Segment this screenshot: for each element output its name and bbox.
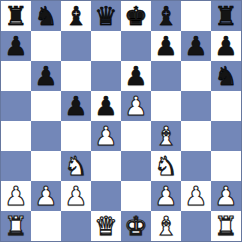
square-d7[interactable] xyxy=(91,31,121,61)
square-f3[interactable]: ♞ xyxy=(151,151,181,181)
square-g3[interactable] xyxy=(181,151,211,181)
square-d8[interactable]: ♛ xyxy=(91,1,121,31)
square-b8[interactable]: ♞ xyxy=(31,1,61,31)
black-pawn-piece[interactable]: ♟ xyxy=(184,33,207,59)
square-a5[interactable] xyxy=(1,91,31,121)
square-e3[interactable] xyxy=(121,151,151,181)
square-a3[interactable] xyxy=(1,151,31,181)
square-b1[interactable] xyxy=(31,211,61,241)
chess-board: ♜♞♝♛♚♝♜♟♟♟♟♟♟♞♟♟♟♟♝♞♞♟♟♟♟♟♟♜♛♚♝♜ xyxy=(0,0,242,242)
white-pawn-piece[interactable]: ♟ xyxy=(184,183,207,209)
square-c4[interactable] xyxy=(61,121,91,151)
square-c5[interactable]: ♟ xyxy=(61,91,91,121)
square-c3[interactable]: ♞ xyxy=(61,151,91,181)
black-pawn-piece[interactable]: ♟ xyxy=(124,63,147,89)
square-d2[interactable] xyxy=(91,181,121,211)
square-a2[interactable]: ♟ xyxy=(1,181,31,211)
black-rook-piece[interactable]: ♜ xyxy=(4,3,27,29)
white-pawn-piece[interactable]: ♟ xyxy=(34,183,57,209)
square-c1[interactable] xyxy=(61,211,91,241)
black-pawn-piece[interactable]: ♟ xyxy=(214,33,237,59)
white-pawn-piece[interactable]: ♟ xyxy=(94,123,117,149)
square-a4[interactable] xyxy=(1,121,31,151)
square-c6[interactable] xyxy=(61,61,91,91)
square-h5[interactable] xyxy=(211,91,241,121)
white-pawn-piece[interactable]: ♟ xyxy=(214,183,237,209)
square-a7[interactable]: ♟ xyxy=(1,31,31,61)
white-rook-piece[interactable]: ♜ xyxy=(4,213,27,239)
square-d4[interactable]: ♟ xyxy=(91,121,121,151)
white-bishop-piece[interactable]: ♝ xyxy=(154,213,177,239)
square-h1[interactable]: ♜ xyxy=(211,211,241,241)
black-pawn-piece[interactable]: ♟ xyxy=(4,33,27,59)
square-b2[interactable]: ♟ xyxy=(31,181,61,211)
black-king-piece[interactable]: ♚ xyxy=(124,3,147,29)
white-pawn-piece[interactable]: ♟ xyxy=(64,183,87,209)
black-pawn-piece[interactable]: ♟ xyxy=(94,93,117,119)
square-h3[interactable] xyxy=(211,151,241,181)
black-pawn-piece[interactable]: ♟ xyxy=(34,63,57,89)
square-e7[interactable] xyxy=(121,31,151,61)
square-h6[interactable]: ♞ xyxy=(211,61,241,91)
square-a6[interactable] xyxy=(1,61,31,91)
square-e8[interactable]: ♚ xyxy=(121,1,151,31)
black-knight-piece[interactable]: ♞ xyxy=(214,63,237,89)
white-knight-piece[interactable]: ♞ xyxy=(64,153,87,179)
black-rook-piece[interactable]: ♜ xyxy=(214,3,237,29)
square-e5[interactable]: ♟ xyxy=(121,91,151,121)
square-e6[interactable]: ♟ xyxy=(121,61,151,91)
square-e2[interactable] xyxy=(121,181,151,211)
square-a8[interactable]: ♜ xyxy=(1,1,31,31)
white-pawn-piece[interactable]: ♟ xyxy=(124,93,147,119)
white-rook-piece[interactable]: ♜ xyxy=(214,213,237,239)
black-bishop-piece[interactable]: ♝ xyxy=(64,3,87,29)
black-bishop-piece[interactable]: ♝ xyxy=(154,3,177,29)
black-knight-piece[interactable]: ♞ xyxy=(34,3,57,29)
square-f7[interactable]: ♟ xyxy=(151,31,181,61)
square-f6[interactable] xyxy=(151,61,181,91)
square-e1[interactable]: ♚ xyxy=(121,211,151,241)
square-e4[interactable] xyxy=(121,121,151,151)
square-c7[interactable] xyxy=(61,31,91,61)
square-c2[interactable]: ♟ xyxy=(61,181,91,211)
square-h4[interactable] xyxy=(211,121,241,151)
white-bishop-piece[interactable]: ♝ xyxy=(154,123,177,149)
square-b3[interactable] xyxy=(31,151,61,181)
black-pawn-piece[interactable]: ♟ xyxy=(64,93,87,119)
square-g1[interactable] xyxy=(181,211,211,241)
square-f1[interactable]: ♝ xyxy=(151,211,181,241)
square-f4[interactable]: ♝ xyxy=(151,121,181,151)
white-pawn-piece[interactable]: ♟ xyxy=(4,183,27,209)
square-h7[interactable]: ♟ xyxy=(211,31,241,61)
square-c8[interactable]: ♝ xyxy=(61,1,91,31)
square-g7[interactable]: ♟ xyxy=(181,31,211,61)
square-g5[interactable] xyxy=(181,91,211,121)
white-queen-piece[interactable]: ♛ xyxy=(94,213,117,239)
square-h8[interactable]: ♜ xyxy=(211,1,241,31)
square-g4[interactable] xyxy=(181,121,211,151)
square-f2[interactable]: ♟ xyxy=(151,181,181,211)
square-b6[interactable]: ♟ xyxy=(31,61,61,91)
square-b4[interactable] xyxy=(31,121,61,151)
square-f8[interactable]: ♝ xyxy=(151,1,181,31)
square-b7[interactable] xyxy=(31,31,61,61)
square-g8[interactable] xyxy=(181,1,211,31)
square-g2[interactable]: ♟ xyxy=(181,181,211,211)
black-pawn-piece[interactable]: ♟ xyxy=(154,33,177,59)
square-d5[interactable]: ♟ xyxy=(91,91,121,121)
square-b5[interactable] xyxy=(31,91,61,121)
square-h2[interactable]: ♟ xyxy=(211,181,241,211)
white-knight-piece[interactable]: ♞ xyxy=(154,153,177,179)
white-pawn-piece[interactable]: ♟ xyxy=(154,183,177,209)
square-f5[interactable] xyxy=(151,91,181,121)
square-d3[interactable] xyxy=(91,151,121,181)
square-a1[interactable]: ♜ xyxy=(1,211,31,241)
square-g6[interactable] xyxy=(181,61,211,91)
white-king-piece[interactable]: ♚ xyxy=(124,213,147,239)
black-queen-piece[interactable]: ♛ xyxy=(94,3,117,29)
square-d6[interactable] xyxy=(91,61,121,91)
square-d1[interactable]: ♛ xyxy=(91,211,121,241)
